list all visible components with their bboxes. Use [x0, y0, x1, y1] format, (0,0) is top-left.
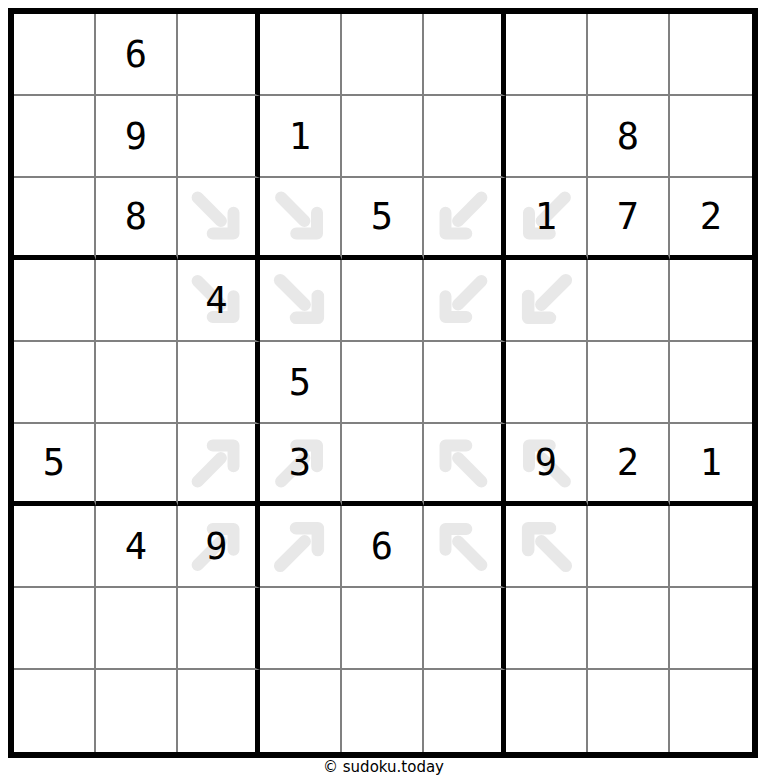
given-digit: 2 [700, 198, 722, 235]
cell-r4c2[interactable] [96, 260, 178, 342]
cell-r7c9[interactable] [670, 506, 752, 588]
cell-r4c3[interactable]: 4 [178, 260, 260, 342]
cell-r9c1[interactable] [14, 670, 96, 752]
cell-r5c2[interactable] [96, 342, 178, 424]
cell-r4c1[interactable] [14, 260, 96, 342]
arrow-se-icon [267, 185, 333, 248]
given-digit: 4 [125, 528, 147, 565]
arrow-se-icon [267, 267, 333, 333]
cell-r1c7[interactable] [506, 14, 588, 96]
given-digit: 8 [125, 198, 147, 235]
cell-r6c6[interactable] [424, 424, 506, 506]
cell-r1c5[interactable] [342, 14, 424, 96]
given-digit: 5 [43, 444, 65, 481]
cell-r4c4[interactable] [260, 260, 342, 342]
copyright-text: © sudoku.today [0, 758, 767, 776]
arrow-ne-icon [267, 513, 333, 579]
sudoku-board: 6918851724553921496 [8, 8, 758, 758]
given-digit: 8 [617, 118, 639, 155]
cell-r1c8[interactable] [588, 14, 670, 96]
given-digit: 4 [205, 282, 227, 319]
arrow-ne-icon [185, 431, 248, 494]
cell-r7c3[interactable]: 9 [178, 506, 260, 588]
cell-r5c7[interactable] [506, 342, 588, 424]
cell-r5c9[interactable] [670, 342, 752, 424]
cell-r4c9[interactable] [670, 260, 752, 342]
given-digit: 9 [205, 528, 227, 565]
cell-r9c5[interactable] [342, 670, 424, 752]
arrow-sw-icon [430, 269, 496, 332]
cell-r3c4[interactable] [260, 178, 342, 260]
arrow-nw-icon [431, 513, 494, 579]
given-digit: 5 [371, 198, 393, 235]
cell-r1c1[interactable] [14, 14, 96, 96]
given-digit: 7 [617, 198, 639, 235]
cell-r8c2[interactable] [96, 588, 178, 670]
given-digit: 6 [125, 36, 147, 73]
cell-r9c6[interactable] [424, 670, 506, 752]
cell-r9c4[interactable] [260, 670, 342, 752]
given-digit: 2 [617, 444, 639, 481]
cell-r6c3[interactable] [178, 424, 260, 506]
cell-r8c6[interactable] [424, 588, 506, 670]
cell-r8c3[interactable] [178, 588, 260, 670]
given-digit: 9 [535, 444, 557, 481]
cell-r2c6[interactable] [424, 96, 506, 178]
arrow-nw-icon [513, 513, 579, 579]
cell-r5c6[interactable] [424, 342, 506, 424]
arrow-nw-icon [431, 431, 494, 494]
cell-r4c5[interactable] [342, 260, 424, 342]
cell-r8c7[interactable] [506, 588, 588, 670]
cell-r7c1[interactable] [14, 506, 96, 588]
cell-r5c1[interactable] [14, 342, 96, 424]
arrow-se-icon [185, 185, 248, 248]
cell-r3c6[interactable] [424, 178, 506, 260]
cell-r3c5[interactable]: 5 [342, 178, 424, 260]
cell-r1c2[interactable]: 6 [96, 14, 178, 96]
cell-r8c4[interactable] [260, 588, 342, 670]
cell-r7c5[interactable]: 6 [342, 506, 424, 588]
cell-r7c7[interactable] [506, 506, 588, 588]
cell-r3c1[interactable] [14, 178, 96, 260]
given-digit: 1 [289, 118, 311, 155]
cell-r5c8[interactable] [588, 342, 670, 424]
cell-r1c3[interactable] [178, 14, 260, 96]
given-digit: 3 [289, 444, 311, 481]
given-digit: 1 [535, 198, 557, 235]
arrow-sw-icon [431, 185, 494, 248]
cell-r4c8[interactable] [588, 260, 670, 342]
cell-r8c8[interactable] [588, 588, 670, 670]
cell-r6c1[interactable]: 5 [14, 424, 96, 506]
cell-r7c2[interactable]: 4 [96, 506, 178, 588]
cell-r2c1[interactable] [14, 96, 96, 178]
cell-r7c6[interactable] [424, 506, 506, 588]
cell-r8c5[interactable] [342, 588, 424, 670]
given-digit: 5 [289, 364, 311, 401]
cell-r1c4[interactable] [260, 14, 342, 96]
cell-r7c4[interactable] [260, 506, 342, 588]
cell-r6c8[interactable]: 2 [588, 424, 670, 506]
cell-r8c9[interactable] [670, 588, 752, 670]
cell-r3c3[interactable] [178, 178, 260, 260]
cell-r3c9[interactable]: 2 [670, 178, 752, 260]
cell-r9c3[interactable] [178, 670, 260, 752]
cell-r9c2[interactable] [96, 670, 178, 752]
cell-r2c8[interactable]: 8 [588, 96, 670, 178]
cell-r2c9[interactable] [670, 96, 752, 178]
arrow-sw-icon [513, 267, 579, 333]
cell-r2c2[interactable]: 9 [96, 96, 178, 178]
cell-r7c8[interactable] [588, 506, 670, 588]
cell-r5c5[interactable] [342, 342, 424, 424]
cell-r2c3[interactable] [178, 96, 260, 178]
cell-r4c6[interactable] [424, 260, 506, 342]
cell-r6c4[interactable]: 3 [260, 424, 342, 506]
cell-r4c7[interactable] [506, 260, 588, 342]
cell-r5c4[interactable]: 5 [260, 342, 342, 424]
cell-r1c6[interactable] [424, 14, 506, 96]
cell-r3c7[interactable]: 1 [506, 178, 588, 260]
cell-r9c9[interactable] [670, 670, 752, 752]
cell-r9c8[interactable] [588, 670, 670, 752]
cell-r9c7[interactable] [506, 670, 588, 752]
cell-r2c7[interactable] [506, 96, 588, 178]
cell-r3c2[interactable]: 8 [96, 178, 178, 260]
cell-r6c2[interactable] [96, 424, 178, 506]
cell-r2c4[interactable]: 1 [260, 96, 342, 178]
given-digit: 1 [700, 444, 722, 481]
cell-r6c7[interactable]: 9 [506, 424, 588, 506]
given-digit: 6 [371, 528, 393, 565]
given-digit: 9 [125, 118, 147, 155]
cell-r1c9[interactable] [670, 14, 752, 96]
sudoku-grid: 6918851724553921496 [14, 14, 752, 752]
cell-r2c5[interactable] [342, 96, 424, 178]
puzzle-page: 6918851724553921496 © sudoku.today [0, 0, 767, 777]
cell-r3c8[interactable]: 7 [588, 178, 670, 260]
cell-r6c5[interactable] [342, 424, 424, 506]
cell-r5c3[interactable] [178, 342, 260, 424]
cell-r6c9[interactable]: 1 [670, 424, 752, 506]
cell-r8c1[interactable] [14, 588, 96, 670]
